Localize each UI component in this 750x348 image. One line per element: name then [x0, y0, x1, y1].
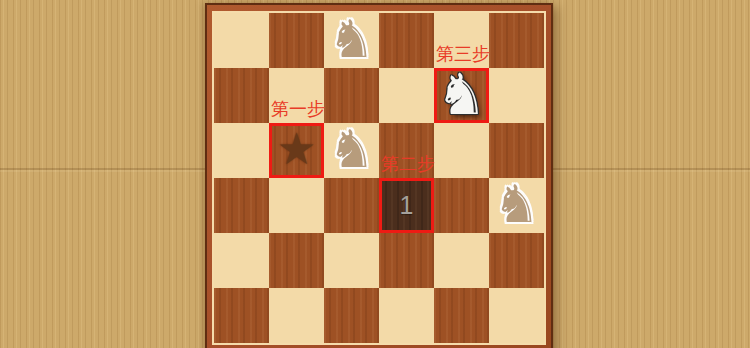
move-count-badge: 1 [400, 193, 414, 218]
tan-knight-piece[interactable]: ♞ [328, 13, 375, 65]
square-r3c4[interactable] [434, 178, 489, 233]
square-r5c0[interactable] [214, 288, 269, 343]
square-r4c1[interactable] [269, 233, 324, 288]
square-r5c5[interactable] [489, 288, 544, 343]
square-r5c2[interactable] [324, 288, 379, 343]
square-r5c3[interactable] [379, 288, 434, 343]
star-target-icon: ★ [277, 127, 316, 171]
square-r3c3[interactable]: 1第二步 [379, 178, 434, 233]
square-r2c0[interactable] [214, 123, 269, 178]
square-r3c2[interactable] [324, 178, 379, 233]
square-r2c2[interactable]: ♞ [324, 123, 379, 178]
square-r0c2[interactable]: ♞ [324, 13, 379, 68]
square-r3c5[interactable]: ♞ [489, 178, 544, 233]
square-r1c1[interactable] [269, 68, 324, 123]
square-r0c1[interactable] [269, 13, 324, 68]
square-r2c5[interactable] [489, 123, 544, 178]
square-r3c0[interactable] [214, 178, 269, 233]
square-r4c2[interactable] [324, 233, 379, 288]
square-r2c1[interactable]: ★第一步 [269, 123, 324, 178]
tan-knight-piece[interactable]: ♞ [493, 178, 540, 230]
app-background: { "game": "chess", "mode": "knight-move … [0, 0, 750, 348]
square-r4c4[interactable] [434, 233, 489, 288]
square-r5c1[interactable] [269, 288, 324, 343]
square-r0c0[interactable] [214, 13, 269, 68]
square-r1c3[interactable] [379, 68, 434, 123]
square-r0c3[interactable] [379, 13, 434, 68]
board: ♞♞第三步★第一步♞1第二步♞ [214, 13, 544, 343]
square-r5c4[interactable] [434, 288, 489, 343]
square-r2c4[interactable] [434, 123, 489, 178]
square-r1c5[interactable] [489, 68, 544, 123]
square-r1c2[interactable] [324, 68, 379, 123]
square-r0c5[interactable] [489, 13, 544, 68]
square-r4c0[interactable] [214, 233, 269, 288]
square-r0c4[interactable] [434, 13, 489, 68]
square-r1c0[interactable] [214, 68, 269, 123]
white-knight-piece[interactable]: ♞ [436, 66, 487, 123]
tan-knight-piece[interactable]: ♞ [328, 123, 375, 175]
square-r4c3[interactable] [379, 233, 434, 288]
square-r4c5[interactable] [489, 233, 544, 288]
square-r2c3[interactable] [379, 123, 434, 178]
square-r3c1[interactable] [269, 178, 324, 233]
square-r1c4[interactable]: ♞第三步 [434, 68, 489, 123]
